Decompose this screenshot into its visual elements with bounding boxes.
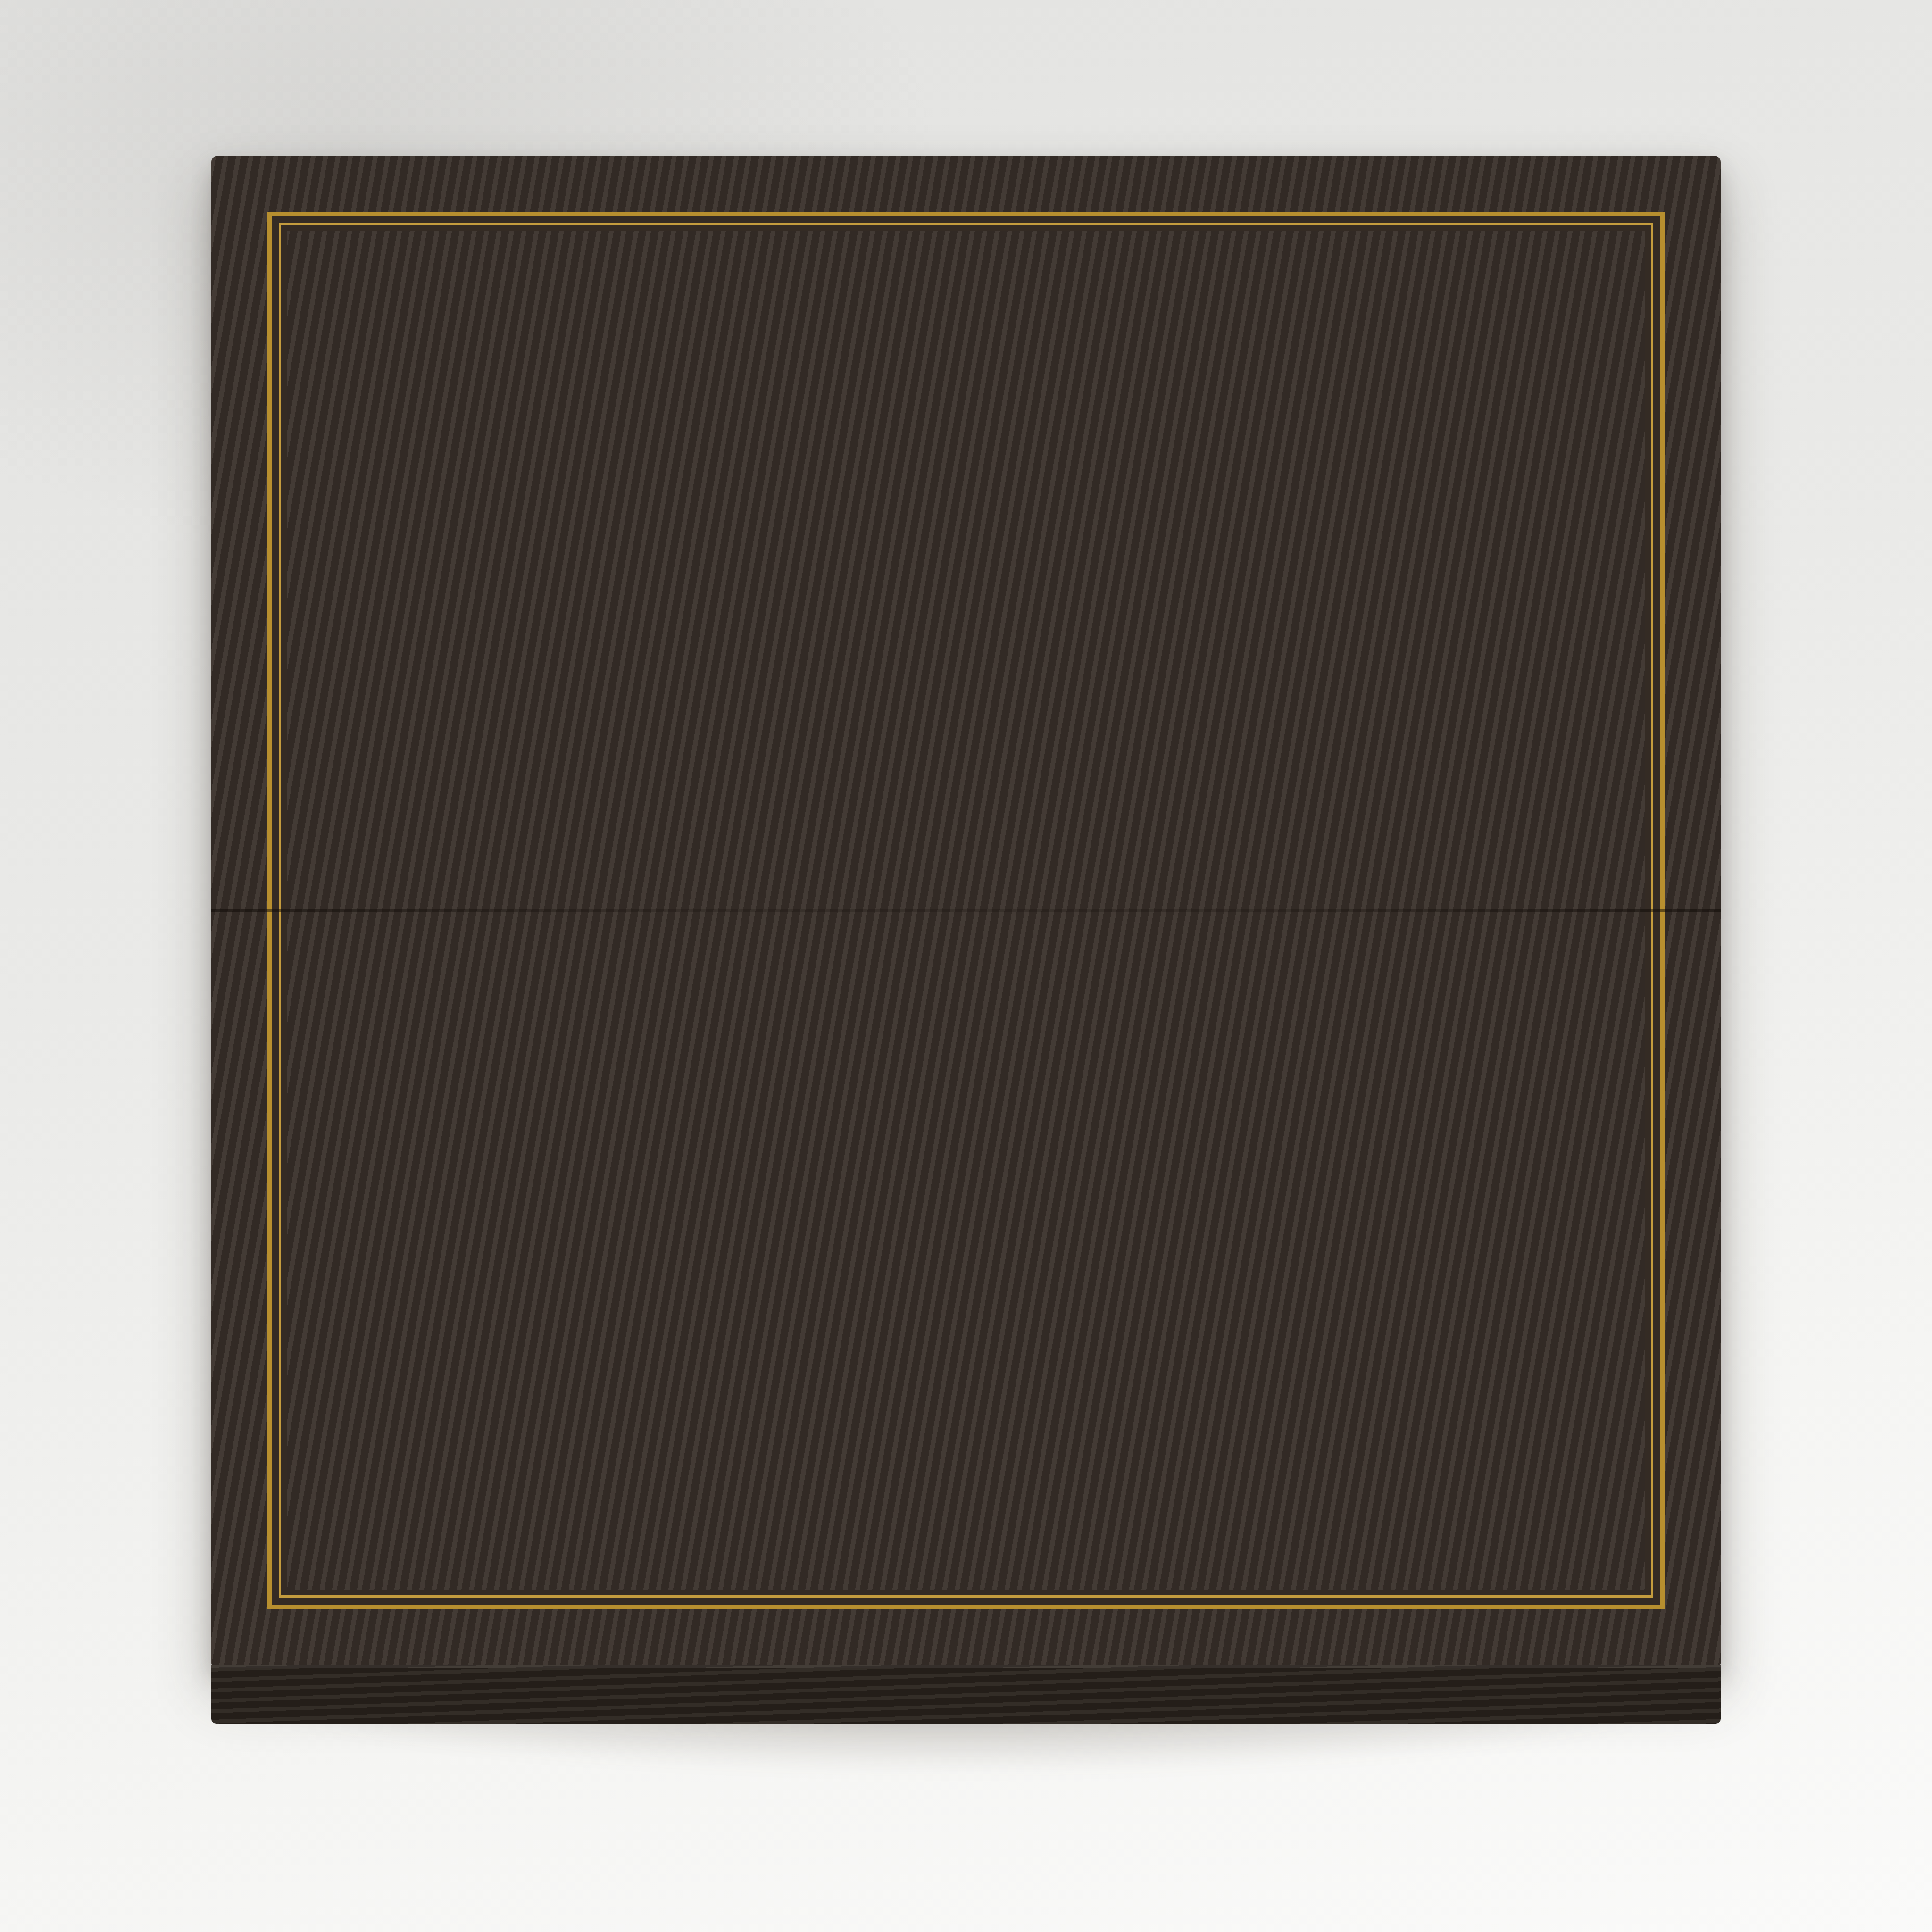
file-labels-bottom	[287, 1605, 1645, 1650]
file-labels-top	[287, 170, 1645, 215]
chess-board-box	[211, 156, 1721, 1665]
box-front-edge	[211, 1665, 1721, 1724]
studio-scene	[0, 0, 1932, 1932]
fold-seam	[211, 909, 1721, 912]
